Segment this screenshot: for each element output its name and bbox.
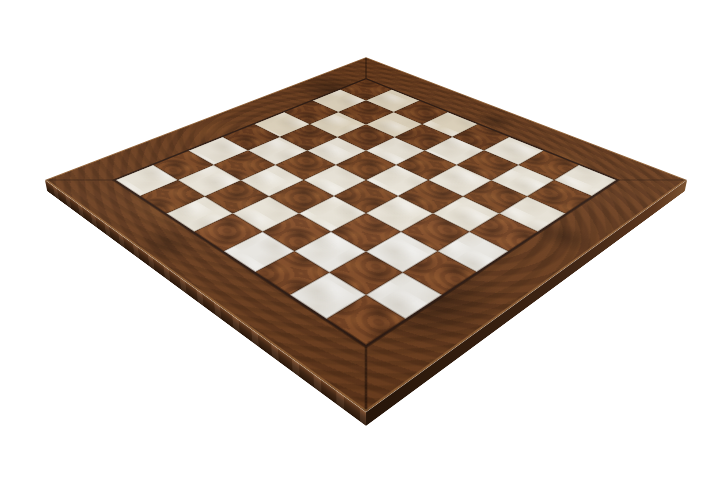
square-e6 bbox=[366, 196, 433, 231]
board-top-face bbox=[45, 57, 687, 412]
square-h3 bbox=[166, 196, 233, 231]
square-g7 bbox=[329, 251, 403, 294]
square-g4 bbox=[233, 196, 300, 231]
square-h5 bbox=[224, 232, 295, 272]
square-d7 bbox=[433, 196, 500, 231]
chess-board bbox=[45, 57, 687, 412]
square-c8 bbox=[499, 196, 566, 231]
square-e8 bbox=[437, 232, 508, 272]
product-photo-stage bbox=[0, 0, 720, 480]
square-h6 bbox=[255, 251, 329, 294]
square-h2 bbox=[140, 180, 205, 213]
square-d8 bbox=[469, 213, 538, 251]
square-g6 bbox=[295, 232, 366, 272]
square-f6 bbox=[332, 213, 401, 251]
square-e5 bbox=[334, 180, 399, 213]
square-g8 bbox=[366, 272, 442, 319]
square-f4 bbox=[269, 180, 334, 213]
square-e7 bbox=[400, 213, 469, 251]
square-h7 bbox=[290, 272, 366, 319]
square-b8 bbox=[527, 180, 592, 213]
square-f5 bbox=[299, 196, 366, 231]
square-f8 bbox=[403, 251, 477, 294]
square-f7 bbox=[366, 232, 437, 272]
square-g3 bbox=[205, 180, 270, 213]
square-d6 bbox=[398, 180, 463, 213]
square-h8 bbox=[326, 295, 405, 345]
square-g5 bbox=[263, 213, 332, 251]
square-h4 bbox=[194, 213, 263, 251]
playing-field bbox=[116, 79, 617, 345]
square-c7 bbox=[463, 180, 528, 213]
